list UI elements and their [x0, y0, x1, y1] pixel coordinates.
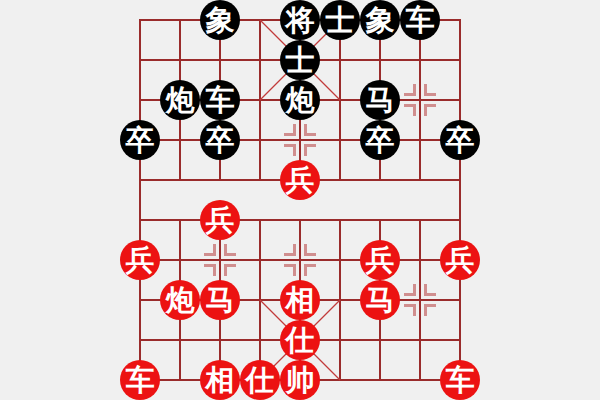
black-elephant-piece[interactable]: 象: [200, 0, 240, 40]
black-soldier-piece[interactable]: 卒: [200, 120, 240, 160]
black-general-piece[interactable]: 将: [280, 0, 320, 40]
marker-corner-tr: [424, 284, 436, 296]
black-advisor-piece[interactable]: 士: [280, 40, 320, 80]
red-soldier-piece[interactable]: 兵: [200, 200, 240, 240]
black-horse-piece[interactable]: 马: [360, 80, 400, 120]
marker-corner-tl: [204, 244, 216, 256]
red-horse-piece[interactable]: 马: [200, 280, 240, 320]
black-soldier-piece[interactable]: 卒: [440, 120, 480, 160]
marker-corner-tl: [284, 124, 296, 136]
black-advisor-piece[interactable]: 士: [320, 0, 360, 40]
marker-corner-br: [424, 304, 436, 316]
marker-corner-bl: [404, 104, 416, 116]
red-elephant-piece[interactable]: 相: [280, 280, 320, 320]
black-soldier-piece[interactable]: 卒: [360, 120, 400, 160]
red-advisor-piece[interactable]: 仕: [280, 320, 320, 360]
marker-corner-tl: [404, 84, 416, 96]
marker-corner-tr: [304, 124, 316, 136]
marker-corner-bl: [284, 144, 296, 156]
marker-corner-tr: [304, 244, 316, 256]
black-soldier-piece[interactable]: 卒: [120, 120, 160, 160]
black-cannon-piece[interactable]: 炮: [160, 80, 200, 120]
marker-corner-br: [304, 144, 316, 156]
marker-corner-bl: [284, 264, 296, 276]
red-chariot-piece[interactable]: 车: [120, 360, 160, 400]
last-move-marker: [204, 244, 236, 276]
xiangqi-app: 象将士象车士炮车炮马卒卒卒卒兵兵兵兵兵炮马相马仕车相仕帅车: [0, 0, 600, 400]
marker-corner-tr: [224, 244, 236, 256]
black-chariot-piece[interactable]: 车: [200, 80, 240, 120]
marker-corner-bl: [404, 304, 416, 316]
last-move-marker: [284, 244, 316, 276]
last-move-marker: [404, 84, 436, 116]
red-elephant-piece[interactable]: 相: [200, 360, 240, 400]
marker-corner-br: [424, 104, 436, 116]
marker-corner-tr: [424, 84, 436, 96]
marker-corner-br: [224, 264, 236, 276]
xiangqi-board[interactable]: 象将士象车士炮车炮马卒卒卒卒兵兵兵兵兵炮马相马仕车相仕帅车: [120, 0, 480, 400]
marker-corner-tl: [284, 244, 296, 256]
red-soldier-piece[interactable]: 兵: [280, 160, 320, 200]
last-move-marker: [404, 284, 436, 316]
red-horse-piece[interactable]: 马: [360, 280, 400, 320]
red-general-piece[interactable]: 帅: [280, 360, 320, 400]
last-move-marker: [284, 124, 316, 156]
marker-corner-br: [304, 264, 316, 276]
black-cannon-piece[interactable]: 炮: [280, 80, 320, 120]
black-chariot-piece[interactable]: 车: [400, 0, 440, 40]
red-cannon-piece[interactable]: 炮: [160, 280, 200, 320]
black-elephant-piece[interactable]: 象: [360, 0, 400, 40]
red-advisor-piece[interactable]: 仕: [240, 360, 280, 400]
red-soldier-piece[interactable]: 兵: [360, 240, 400, 280]
red-soldier-piece[interactable]: 兵: [440, 240, 480, 280]
red-chariot-piece[interactable]: 车: [440, 360, 480, 400]
marker-corner-bl: [204, 264, 216, 276]
marker-corner-tl: [404, 284, 416, 296]
red-soldier-piece[interactable]: 兵: [120, 240, 160, 280]
